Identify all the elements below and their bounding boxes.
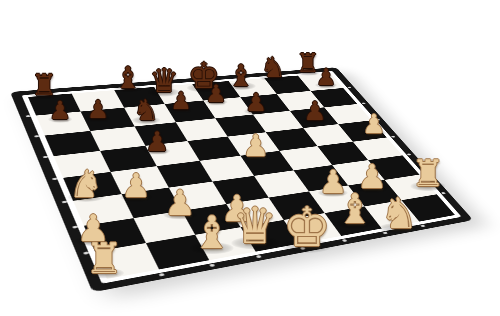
frame-dot [159,273,165,277]
frame-dot [33,135,38,137]
piece-glyph: ♛ [233,201,278,251]
piece-glyph: ♚ [283,201,331,255]
piece-glyph: ♟ [243,131,270,161]
piece-glyph: ♟ [316,66,337,89]
piece-glyph: ♝ [337,189,374,230]
frame-dot [342,239,348,242]
piece-glyph: ♜ [411,155,444,192]
frame-dot [255,255,261,258]
piece-glyph: ♟ [121,169,151,202]
piece-glyph: ♝ [228,61,255,91]
piece-glyph: ♟ [205,82,227,106]
piece-glyph: ♞ [69,165,103,203]
piece-glyph: ♜ [85,238,123,280]
piece-glyph: ♟ [87,97,109,122]
piece-glyph: ♟ [303,98,326,124]
piece-glyph: ♞ [260,54,285,82]
frame-dot [51,178,57,181]
frame-dot [420,224,425,227]
frame-dot [25,115,30,117]
frame-dot [208,263,214,266]
piece-glyph: ♟ [362,111,385,137]
piece-glyph: ♟ [170,89,192,113]
chess-photo-scene: ♜♞♟♝♝♚♛♜♟♟♟♟♟♞♟♟♟♟♜♟♟♞♟♟♟♝♞♟♛♚♝♜ [0,0,500,316]
piece-glyph: ♟ [245,90,267,115]
piece-glyph: ♟ [145,128,169,155]
piece-glyph: ♞ [380,193,418,235]
piece-glyph: ♟ [49,98,71,123]
piece-glyph: ♝ [115,63,142,93]
frame-dot [61,201,67,204]
frame-dot [361,102,366,104]
frame-dot [42,156,48,159]
piece-glyph: ♝ [192,210,232,255]
piece-glyph: ♞ [133,96,159,125]
